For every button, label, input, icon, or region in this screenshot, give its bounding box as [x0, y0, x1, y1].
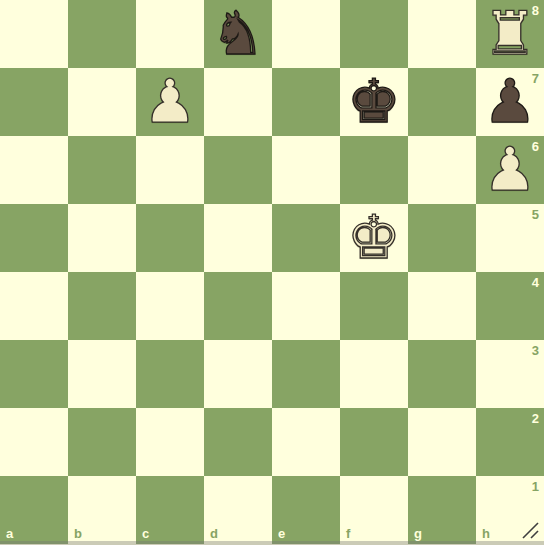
- square-d6[interactable]: [204, 136, 272, 204]
- white-pawn[interactable]: ♟: [136, 68, 204, 136]
- file-label-g: g: [414, 527, 422, 540]
- square-h7[interactable]: ♟7: [476, 68, 544, 136]
- square-e4[interactable]: [272, 272, 340, 340]
- square-c6[interactable]: [136, 136, 204, 204]
- square-g4[interactable]: [408, 272, 476, 340]
- square-c5[interactable]: [136, 204, 204, 272]
- chess-board-widget: ♞♜8♟♚♟7♟6♚5432abcdefg1h: [0, 0, 544, 545]
- square-c8[interactable]: [136, 0, 204, 68]
- rank-label-3: 3: [532, 344, 539, 357]
- square-h4[interactable]: 4: [476, 272, 544, 340]
- square-b4[interactable]: [68, 272, 136, 340]
- file-label-e: e: [278, 527, 285, 540]
- square-g5[interactable]: [408, 204, 476, 272]
- square-a4[interactable]: [0, 272, 68, 340]
- square-d7[interactable]: [204, 68, 272, 136]
- square-e2[interactable]: [272, 408, 340, 476]
- black-king[interactable]: ♚: [340, 68, 408, 136]
- square-h2[interactable]: 2: [476, 408, 544, 476]
- file-label-c: c: [142, 527, 149, 540]
- chess-board: ♞♜8♟♚♟7♟6♚5432abcdefg1h: [0, 0, 544, 544]
- rank-label-8: 8: [532, 4, 539, 17]
- square-a5[interactable]: [0, 204, 68, 272]
- file-label-f: f: [346, 527, 350, 540]
- square-e1[interactable]: e: [272, 476, 340, 544]
- square-a6[interactable]: [0, 136, 68, 204]
- square-c1[interactable]: c: [136, 476, 204, 544]
- square-b7[interactable]: [68, 68, 136, 136]
- square-b1[interactable]: b: [68, 476, 136, 544]
- square-f6[interactable]: [340, 136, 408, 204]
- square-e8[interactable]: [272, 0, 340, 68]
- rank-label-1: 1: [532, 480, 539, 493]
- file-label-d: d: [210, 527, 218, 540]
- square-f4[interactable]: [340, 272, 408, 340]
- square-a2[interactable]: [0, 408, 68, 476]
- file-label-b: b: [74, 527, 82, 540]
- rank-label-2: 2: [532, 412, 539, 425]
- square-h8[interactable]: ♜8: [476, 0, 544, 68]
- square-e6[interactable]: [272, 136, 340, 204]
- square-g2[interactable]: [408, 408, 476, 476]
- square-b3[interactable]: [68, 340, 136, 408]
- black-knight[interactable]: ♞: [204, 0, 272, 68]
- square-f2[interactable]: [340, 408, 408, 476]
- square-d3[interactable]: [204, 340, 272, 408]
- square-g3[interactable]: [408, 340, 476, 408]
- square-b5[interactable]: [68, 204, 136, 272]
- square-f5[interactable]: ♚: [340, 204, 408, 272]
- rank-label-7: 7: [532, 72, 539, 85]
- square-c3[interactable]: [136, 340, 204, 408]
- square-a7[interactable]: [0, 68, 68, 136]
- square-d5[interactable]: [204, 204, 272, 272]
- square-e3[interactable]: [272, 340, 340, 408]
- square-f3[interactable]: [340, 340, 408, 408]
- square-g7[interactable]: [408, 68, 476, 136]
- square-a1[interactable]: a: [0, 476, 68, 544]
- resize-grip-icon[interactable]: [521, 521, 539, 539]
- square-d1[interactable]: d: [204, 476, 272, 544]
- rank-label-6: 6: [532, 140, 539, 153]
- square-h3[interactable]: 3: [476, 340, 544, 408]
- rank-label-4: 4: [532, 276, 539, 289]
- square-a8[interactable]: [0, 0, 68, 68]
- square-c2[interactable]: [136, 408, 204, 476]
- square-g6[interactable]: [408, 136, 476, 204]
- rank-label-5: 5: [532, 208, 539, 221]
- square-d4[interactable]: [204, 272, 272, 340]
- square-c7[interactable]: ♟: [136, 68, 204, 136]
- square-a3[interactable]: [0, 340, 68, 408]
- square-g1[interactable]: g: [408, 476, 476, 544]
- file-label-h: h: [482, 527, 490, 540]
- square-d2[interactable]: [204, 408, 272, 476]
- file-label-a: a: [6, 527, 13, 540]
- square-g8[interactable]: [408, 0, 476, 68]
- square-f7[interactable]: ♚: [340, 68, 408, 136]
- square-e5[interactable]: [272, 204, 340, 272]
- square-b2[interactable]: [68, 408, 136, 476]
- square-d8[interactable]: ♞: [204, 0, 272, 68]
- square-f1[interactable]: f: [340, 476, 408, 544]
- square-b6[interactable]: [68, 136, 136, 204]
- square-h5[interactable]: 5: [476, 204, 544, 272]
- square-c4[interactable]: [136, 272, 204, 340]
- square-h6[interactable]: ♟6: [476, 136, 544, 204]
- square-f8[interactable]: [340, 0, 408, 68]
- square-e7[interactable]: [272, 68, 340, 136]
- square-b8[interactable]: [68, 0, 136, 68]
- white-king[interactable]: ♚: [340, 204, 408, 272]
